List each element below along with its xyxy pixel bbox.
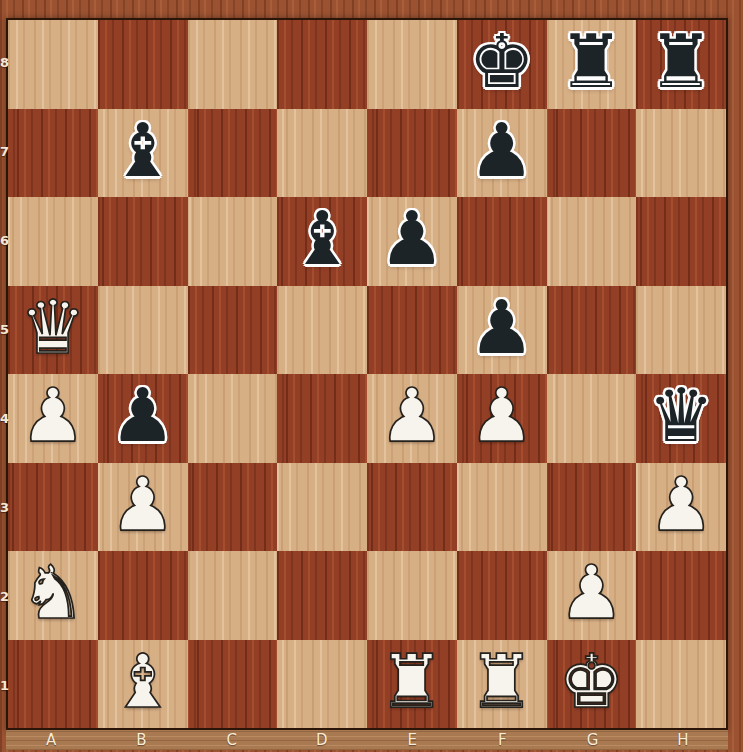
square-a4[interactable]: ♟ — [8, 374, 98, 463]
square-f7[interactable]: ♟ — [457, 109, 547, 198]
black-rook-piece[interactable]: ♜ — [648, 24, 714, 98]
square-a8[interactable] — [8, 20, 98, 109]
square-a3[interactable] — [8, 463, 98, 552]
square-c3[interactable] — [188, 463, 278, 552]
file-label-c: C — [187, 730, 277, 750]
white-pawn-piece[interactable]: ♟ — [109, 467, 175, 541]
square-h3[interactable]: ♟ — [636, 463, 726, 552]
file-coordinates: ABCDEFGH — [6, 730, 728, 750]
square-a1[interactable] — [8, 640, 98, 729]
white-knight-piece[interactable]: ♞ — [20, 555, 86, 629]
board: ♚♜♜♝♟♝♟♛♟♟♟♟♟♛♟♟♞♟♝♜♜♚ — [6, 18, 728, 730]
square-b5[interactable] — [98, 286, 188, 375]
square-b8[interactable] — [98, 20, 188, 109]
square-b4[interactable]: ♟ — [98, 374, 188, 463]
square-d2[interactable] — [277, 551, 367, 640]
square-d4[interactable] — [277, 374, 367, 463]
square-g2[interactable]: ♟ — [547, 551, 637, 640]
square-e8[interactable] — [367, 20, 457, 109]
black-queen-piece[interactable]: ♛ — [648, 378, 714, 452]
square-h4[interactable]: ♛ — [636, 374, 726, 463]
rank-label-6: 6 — [0, 196, 9, 285]
white-rook-piece[interactable]: ♜ — [468, 644, 534, 718]
black-pawn-piece[interactable]: ♟ — [468, 113, 534, 187]
square-g5[interactable] — [547, 286, 637, 375]
square-e1[interactable]: ♜ — [367, 640, 457, 729]
square-c8[interactable] — [188, 20, 278, 109]
rank-label-4: 4 — [0, 374, 9, 463]
square-f2[interactable] — [457, 551, 547, 640]
square-g7[interactable] — [547, 109, 637, 198]
white-king-piece[interactable]: ♚ — [558, 644, 624, 718]
file-label-a: A — [6, 730, 96, 750]
square-b6[interactable] — [98, 197, 188, 286]
square-f4[interactable]: ♟ — [457, 374, 547, 463]
square-g8[interactable]: ♜ — [547, 20, 637, 109]
square-c5[interactable] — [188, 286, 278, 375]
rank-coordinates: 87654321 — [0, 18, 8, 730]
square-f6[interactable] — [457, 197, 547, 286]
white-pawn-piece[interactable]: ♟ — [20, 378, 86, 452]
file-label-d: D — [277, 730, 367, 750]
square-e4[interactable]: ♟ — [367, 374, 457, 463]
square-c2[interactable] — [188, 551, 278, 640]
rank-label-7: 7 — [0, 107, 9, 196]
black-bishop-piece[interactable]: ♝ — [109, 113, 175, 187]
black-bishop-piece[interactable]: ♝ — [289, 201, 355, 275]
square-c6[interactable] — [188, 197, 278, 286]
square-h8[interactable]: ♜ — [636, 20, 726, 109]
square-d8[interactable] — [277, 20, 367, 109]
square-e6[interactable]: ♟ — [367, 197, 457, 286]
file-label-e: E — [367, 730, 457, 750]
square-a5[interactable]: ♛ — [8, 286, 98, 375]
square-e2[interactable] — [367, 551, 457, 640]
square-b7[interactable]: ♝ — [98, 109, 188, 198]
square-d6[interactable]: ♝ — [277, 197, 367, 286]
square-e3[interactable] — [367, 463, 457, 552]
white-bishop-piece[interactable]: ♝ — [109, 644, 175, 718]
white-rook-piece[interactable]: ♜ — [379, 644, 445, 718]
rank-label-1: 1 — [0, 641, 9, 730]
file-label-f: F — [457, 730, 547, 750]
square-d5[interactable] — [277, 286, 367, 375]
square-d1[interactable] — [277, 640, 367, 729]
square-a2[interactable]: ♞ — [8, 551, 98, 640]
black-rook-piece[interactable]: ♜ — [558, 24, 624, 98]
square-e7[interactable] — [367, 109, 457, 198]
chess-board-frame: ♚♜♜♝♟♝♟♛♟♟♟♟♟♛♟♟♞♟♝♜♜♚ 87654321 ABCDEFGH — [0, 0, 743, 752]
file-label-b: B — [96, 730, 186, 750]
square-f5[interactable]: ♟ — [457, 286, 547, 375]
rank-label-3: 3 — [0, 463, 9, 552]
square-c7[interactable] — [188, 109, 278, 198]
rank-label-2: 2 — [0, 552, 9, 641]
white-queen-piece[interactable]: ♛ — [20, 290, 86, 364]
square-h6[interactable] — [636, 197, 726, 286]
white-pawn-piece[interactable]: ♟ — [558, 555, 624, 629]
square-d7[interactable] — [277, 109, 367, 198]
square-g1[interactable]: ♚ — [547, 640, 637, 729]
square-h5[interactable] — [636, 286, 726, 375]
square-f3[interactable] — [457, 463, 547, 552]
square-c4[interactable] — [188, 374, 278, 463]
square-h1[interactable] — [636, 640, 726, 729]
black-pawn-piece[interactable]: ♟ — [468, 290, 534, 364]
square-g6[interactable] — [547, 197, 637, 286]
square-c1[interactable] — [188, 640, 278, 729]
square-g4[interactable] — [547, 374, 637, 463]
rank-label-5: 5 — [0, 285, 9, 374]
square-g3[interactable] — [547, 463, 637, 552]
square-b3[interactable]: ♟ — [98, 463, 188, 552]
black-pawn-piece[interactable]: ♟ — [379, 201, 445, 275]
square-d3[interactable] — [277, 463, 367, 552]
file-label-h: H — [638, 730, 728, 750]
square-h7[interactable] — [636, 109, 726, 198]
square-b2[interactable] — [98, 551, 188, 640]
square-h2[interactable] — [636, 551, 726, 640]
square-a7[interactable] — [8, 109, 98, 198]
black-pawn-piece[interactable]: ♟ — [109, 378, 175, 452]
square-f1[interactable]: ♜ — [457, 640, 547, 729]
rank-label-8: 8 — [0, 18, 9, 107]
white-pawn-piece[interactable]: ♟ — [648, 467, 714, 541]
black-king-piece[interactable]: ♚ — [468, 24, 534, 98]
square-f8[interactable]: ♚ — [457, 20, 547, 109]
square-b1[interactable]: ♝ — [98, 640, 188, 729]
square-a6[interactable] — [8, 197, 98, 286]
white-pawn-piece[interactable]: ♟ — [468, 378, 534, 452]
square-e5[interactable] — [367, 286, 457, 375]
file-label-g: G — [548, 730, 638, 750]
white-pawn-piece[interactable]: ♟ — [379, 378, 445, 452]
